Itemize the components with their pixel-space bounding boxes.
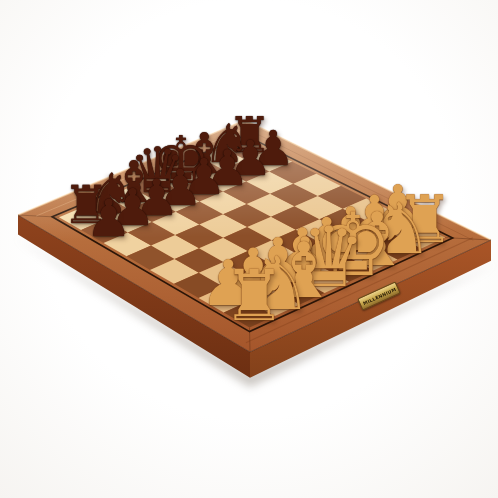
chess-board: [0, 0, 498, 498]
depth-haze: [18, 120, 491, 352]
photo-stage: ♜♞♟♝♟♚♟♛♟♝♟♞♟♜♟♟♟♟♜♟♞♟♝♟♚♟♛♟♝♟♞♜ MILLENN…: [0, 0, 498, 498]
